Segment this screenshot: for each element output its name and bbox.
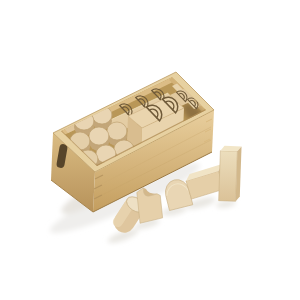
brick-block-standing bbox=[219, 146, 242, 202]
wooden-blocks-scene bbox=[0, 0, 300, 300]
product-photo-canvas bbox=[0, 0, 300, 300]
